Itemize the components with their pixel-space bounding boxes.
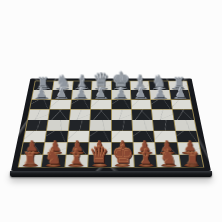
board-grid: ♜♞♝♛♚♝♞♜♟♟♟♟♟♟♟♟♟♟♟♟♟♟♟♟♜♞♝♛♚♝♞♜ [18, 81, 205, 168]
chessboard: ♜♞♝♛♚♝♞♜♟♟♟♟♟♟♟♟♟♟♟♟♟♟♟♟♜♞♝♛♚♝♞♜ [11, 79, 211, 171]
square-d4 [90, 120, 110, 130]
piece-silver-pawn: ♟ [36, 87, 47, 99]
piece-copper-rook: ♜ [22, 150, 37, 166]
square-c6 [71, 100, 91, 109]
square-c5 [70, 110, 90, 120]
square-d6 [91, 100, 110, 109]
piece-copper-queen: ♛ [89, 145, 109, 167]
square-c1: ♝ [65, 155, 88, 167]
piece-copper-bishop: ♝ [137, 148, 155, 167]
board-edge [10, 171, 212, 177]
square-g7: ♟ [150, 90, 170, 99]
square-a6 [30, 100, 51, 109]
square-c4 [69, 120, 90, 130]
square-g6 [151, 100, 171, 109]
square-h6 [171, 100, 192, 109]
square-h5 [173, 110, 194, 120]
square-f4 [132, 120, 153, 130]
piece-copper-rook: ♜ [184, 150, 199, 166]
square-b4 [47, 120, 69, 130]
square-d7: ♟ [92, 90, 111, 99]
piece-copper-bishop: ♝ [67, 148, 85, 167]
square-b1: ♞ [42, 155, 65, 167]
square-h7: ♟ [170, 90, 190, 99]
square-f1: ♝ [134, 155, 157, 167]
square-b5 [49, 110, 70, 120]
square-g4 [153, 120, 175, 130]
piece-silver-pawn: ♟ [95, 87, 106, 99]
square-a4 [26, 120, 48, 130]
square-g1: ♞ [157, 155, 180, 167]
piece-silver-pawn: ♟ [56, 87, 67, 99]
piece-copper-knight: ♞ [44, 148, 62, 167]
piece-copper-knight: ♞ [160, 148, 178, 167]
chess-set-photo: ♜♞♝♛♚♝♞♜♟♟♟♟♟♟♟♟♟♟♟♟♟♟♟♟♜♞♝♛♚♝♞♜ [0, 0, 222, 222]
piece-copper-king: ♚ [111, 143, 133, 167]
square-e7: ♟ [111, 90, 130, 99]
square-d1: ♛ [88, 155, 110, 167]
chessboard-perspective-wrap: ♜♞♝♛♚♝♞♜♟♟♟♟♟♟♟♟♟♟♟♟♟♟♟♟♜♞♝♛♚♝♞♜ [11, 0, 211, 171]
square-c7: ♟ [72, 90, 91, 99]
piece-silver-pawn: ♟ [155, 87, 166, 99]
square-h1: ♜ [179, 155, 203, 167]
square-f7: ♟ [131, 90, 150, 99]
square-e1: ♚ [111, 155, 133, 167]
square-f5 [132, 110, 152, 120]
piece-silver-pawn: ♟ [175, 87, 186, 99]
piece-silver-pawn: ♟ [115, 87, 126, 99]
piece-silver-pawn: ♟ [135, 87, 146, 99]
square-h4 [174, 120, 196, 130]
square-g5 [152, 110, 173, 120]
piece-silver-pawn: ♟ [76, 87, 87, 99]
square-b7: ♟ [52, 90, 72, 99]
square-f6 [131, 100, 151, 109]
square-e6 [111, 100, 130, 109]
square-a1: ♜ [19, 155, 43, 167]
square-e5 [111, 110, 131, 120]
square-a5 [28, 110, 49, 120]
square-b6 [50, 100, 70, 109]
square-a7: ♟ [32, 90, 52, 99]
square-e4 [111, 120, 131, 130]
square-d5 [91, 110, 111, 120]
